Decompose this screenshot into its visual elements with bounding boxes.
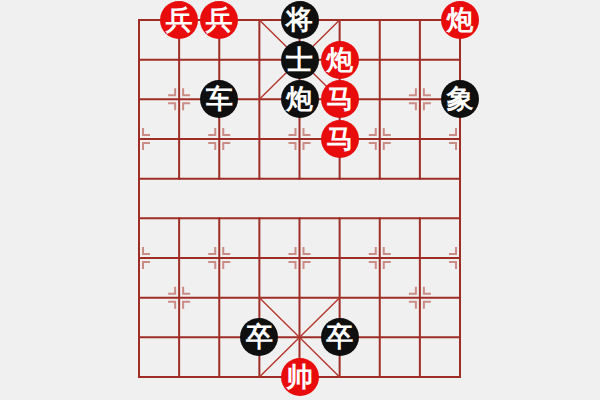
board-intersection[interactable] (119, 159, 159, 199)
board-intersection[interactable] (400, 198, 440, 238)
board-intersection[interactable] (119, 317, 159, 357)
board-intersection[interactable] (199, 40, 239, 80)
board-intersection[interactable] (239, 0, 279, 40)
board-intersection[interactable] (199, 198, 239, 238)
board-intersection[interactable] (199, 238, 239, 278)
piece-black-pawn-2[interactable]: 卒 (321, 318, 359, 356)
board-intersection[interactable] (400, 317, 440, 357)
board-intersection[interactable] (159, 357, 199, 397)
board-intersection[interactable]: 车 (199, 79, 239, 119)
board-intersection[interactable] (199, 119, 239, 159)
board-intersection[interactable] (360, 238, 400, 278)
piece-red-horse-1[interactable]: 马 (321, 80, 359, 118)
piece-black-cannon[interactable]: 炮 (281, 80, 319, 118)
board-intersection[interactable]: 兵 (159, 0, 199, 40)
board-intersection[interactable] (119, 278, 159, 318)
board-intersection[interactable] (239, 119, 279, 159)
board-intersection[interactable] (360, 159, 400, 199)
board-intersection[interactable] (400, 278, 440, 318)
board-intersection[interactable] (320, 238, 360, 278)
board-intersection[interactable] (360, 317, 400, 357)
board-intersection[interactable] (159, 317, 199, 357)
board-intersection[interactable] (279, 159, 319, 199)
board-intersection[interactable] (279, 278, 319, 318)
board-grid: 兵兵将炮士炮车炮马象马卒卒帅 (119, 0, 480, 397)
board-intersection[interactable] (440, 119, 480, 159)
board-intersection[interactable] (320, 357, 360, 397)
board-intersection[interactable] (440, 278, 480, 318)
board-intersection[interactable]: 士 (279, 40, 319, 80)
board-intersection[interactable] (400, 119, 440, 159)
board-intersection[interactable] (440, 198, 480, 238)
board-intersection[interactable] (360, 40, 400, 80)
board-intersection[interactable] (159, 198, 199, 238)
board-intersection[interactable]: 炮 (320, 40, 360, 80)
board-intersection[interactable] (360, 119, 400, 159)
piece-red-cannon-2[interactable]: 炮 (321, 41, 359, 79)
board-intersection[interactable] (159, 278, 199, 318)
board-intersection[interactable] (360, 79, 400, 119)
board-intersection[interactable] (159, 119, 199, 159)
board-intersection[interactable] (440, 238, 480, 278)
board-intersection[interactable] (400, 40, 440, 80)
board-intersection[interactable] (239, 238, 279, 278)
board-intersection[interactable] (199, 159, 239, 199)
board-intersection[interactable] (279, 198, 319, 238)
board-intersection[interactable]: 马 (320, 79, 360, 119)
board-intersection[interactable] (119, 119, 159, 159)
board-intersection[interactable]: 炮 (279, 79, 319, 119)
board-intersection[interactable] (320, 0, 360, 40)
board-intersection[interactable] (199, 357, 239, 397)
board-intersection[interactable] (239, 357, 279, 397)
board-intersection[interactable]: 卒 (239, 317, 279, 357)
board-intersection[interactable] (400, 79, 440, 119)
board-intersection[interactable] (239, 278, 279, 318)
board-intersection[interactable] (119, 79, 159, 119)
piece-black-pawn-1[interactable]: 卒 (240, 318, 278, 356)
board-intersection[interactable] (239, 198, 279, 238)
board-intersection[interactable] (400, 357, 440, 397)
board-intersection[interactable]: 炮 (440, 0, 480, 40)
board-intersection[interactable] (159, 159, 199, 199)
board-intersection[interactable] (119, 0, 159, 40)
board-intersection[interactable] (320, 159, 360, 199)
board-intersection[interactable] (400, 159, 440, 199)
board-intersection[interactable] (239, 79, 279, 119)
board-intersection[interactable]: 马 (320, 119, 360, 159)
board-intersection[interactable]: 帅 (279, 357, 319, 397)
board-intersection[interactable] (360, 0, 400, 40)
piece-red-pawn-1[interactable]: 兵 (160, 1, 198, 39)
board-intersection[interactable] (360, 357, 400, 397)
board-intersection[interactable] (440, 317, 480, 357)
board-intersection[interactable] (320, 198, 360, 238)
board-intersection[interactable] (440, 40, 480, 80)
board-intersection[interactable] (320, 278, 360, 318)
board-intersection[interactable] (360, 198, 400, 238)
board-intersection[interactable] (440, 357, 480, 397)
board-intersection[interactable] (440, 159, 480, 199)
board-intersection[interactable] (119, 198, 159, 238)
board-intersection[interactable] (400, 0, 440, 40)
piece-black-general[interactable]: 将 (281, 1, 319, 39)
board-intersection[interactable]: 兵 (199, 0, 239, 40)
piece-red-general[interactable]: 帅 (281, 358, 319, 396)
piece-red-horse-2[interactable]: 马 (321, 120, 359, 158)
board-intersection[interactable]: 将 (279, 0, 319, 40)
piece-red-pawn-2[interactable]: 兵 (200, 1, 238, 39)
board-intersection[interactable] (279, 238, 319, 278)
piece-black-elephant[interactable]: 象 (441, 80, 479, 118)
xiangqi-app-canvas: 兵兵将炮士炮车炮马象马卒卒帅 (0, 0, 600, 400)
board-intersection[interactable]: 卒 (320, 317, 360, 357)
board-intersection[interactable]: 象 (440, 79, 480, 119)
board-intersection[interactable] (199, 317, 239, 357)
piece-red-cannon-1[interactable]: 炮 (441, 1, 479, 39)
board-intersection[interactable] (279, 317, 319, 357)
board-intersection[interactable] (239, 159, 279, 199)
board-intersection[interactable] (159, 79, 199, 119)
piece-black-advisor[interactable]: 士 (281, 41, 319, 79)
board-intersection[interactable] (279, 119, 319, 159)
piece-black-chariot[interactable]: 车 (200, 80, 238, 118)
board-intersection[interactable] (360, 278, 400, 318)
board-intersection[interactable] (119, 238, 159, 278)
board-intersection[interactable] (159, 40, 199, 80)
board-intersection[interactable] (119, 357, 159, 397)
board-intersection[interactable] (239, 40, 279, 80)
board-intersection[interactable] (159, 238, 199, 278)
board-intersection[interactable] (400, 238, 440, 278)
board-intersection[interactable] (199, 278, 239, 318)
board-intersection[interactable] (119, 40, 159, 80)
